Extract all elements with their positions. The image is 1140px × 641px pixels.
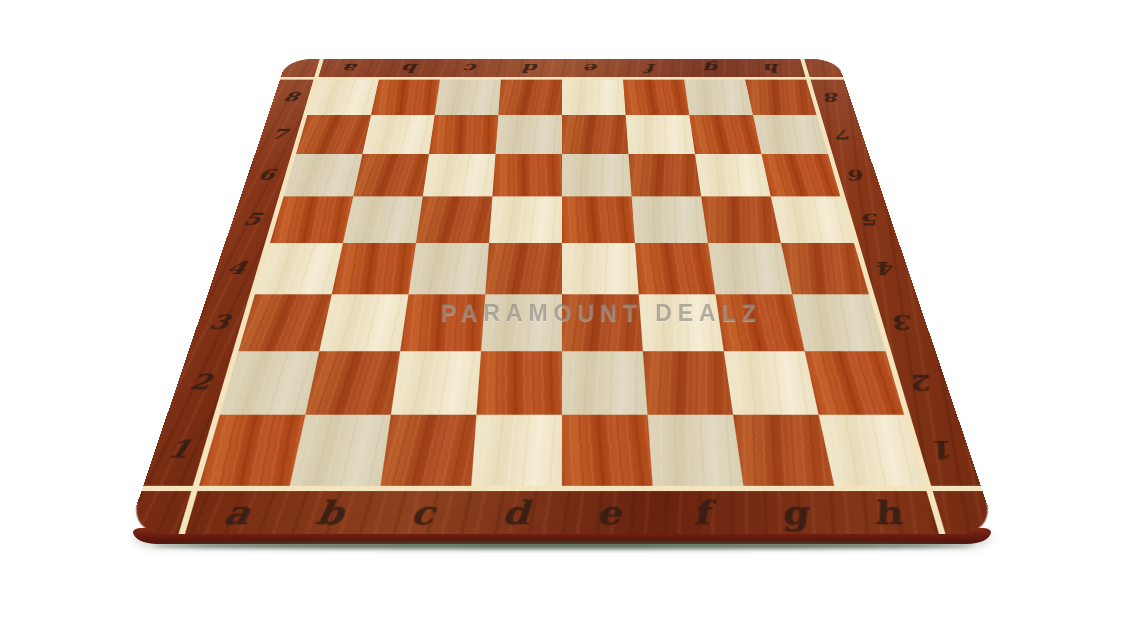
- file-label-f: f: [653, 491, 750, 534]
- square-f5: [632, 196, 708, 243]
- square-b2: [305, 351, 400, 414]
- square-h6: [761, 154, 840, 196]
- file-label-a: a: [318, 59, 383, 77]
- square-a3: [238, 294, 331, 351]
- file-label-g: g: [681, 59, 745, 77]
- square-c7: [429, 115, 498, 154]
- square-a4: [255, 243, 343, 294]
- square-d1: [471, 415, 562, 486]
- square-e7: [562, 115, 628, 154]
- square-g2: [724, 351, 819, 414]
- square-c4: [408, 243, 489, 294]
- square-f1: [648, 415, 744, 486]
- square-h3: [792, 294, 885, 351]
- square-b4: [332, 243, 416, 294]
- file-label-h: h: [741, 59, 806, 77]
- square-d6: [492, 154, 562, 196]
- file-label-b: b: [279, 491, 380, 534]
- file-label-h: h: [835, 491, 939, 534]
- square-a6: [284, 154, 363, 196]
- square-d7: [496, 115, 562, 154]
- square-c8: [435, 80, 501, 116]
- square-f4: [635, 243, 716, 294]
- square-e6: [562, 154, 632, 196]
- square-a7: [296, 115, 371, 154]
- file-label-c: c: [373, 491, 470, 534]
- square-b8: [371, 80, 440, 116]
- square-b3: [319, 294, 408, 351]
- square-a2: [220, 351, 319, 414]
- square-b5: [343, 196, 423, 243]
- file-labels-top: abcdefgh: [318, 59, 805, 77]
- board-frame: abcdefgh abcdefgh 87654321 87654321: [127, 59, 997, 534]
- file-label-f: f: [622, 59, 684, 77]
- file-label-d: d: [468, 491, 562, 534]
- square-c1: [381, 415, 477, 486]
- square-h8: [745, 80, 816, 116]
- square-b1: [290, 415, 391, 486]
- square-h5: [771, 196, 854, 243]
- square-a5: [270, 196, 353, 243]
- file-label-e: e: [562, 491, 656, 534]
- square-g1: [733, 415, 834, 486]
- square-c5: [416, 196, 492, 243]
- square-e1: [562, 415, 653, 486]
- square-g8: [684, 80, 753, 116]
- square-b7: [363, 115, 435, 154]
- file-label-e: e: [562, 59, 623, 77]
- board-felt-base: [152, 542, 974, 549]
- square-f8: [623, 80, 689, 116]
- square-g7: [689, 115, 761, 154]
- square-g6: [695, 154, 771, 196]
- square-c6: [423, 154, 496, 196]
- square-e4: [562, 243, 639, 294]
- square-e5: [562, 196, 635, 243]
- file-label-g: g: [744, 491, 845, 534]
- square-f7: [626, 115, 695, 154]
- file-label-b: b: [379, 59, 443, 77]
- square-b6: [353, 154, 429, 196]
- board-squares: [199, 80, 925, 486]
- square-d8: [498, 80, 562, 116]
- file-label-a: a: [185, 491, 289, 534]
- product-photo: abcdefgh abcdefgh 87654321 87654321 PARA…: [0, 0, 1140, 641]
- photo-watermark: PARAMOUNT DEALZ: [441, 300, 762, 327]
- square-g4: [708, 243, 792, 294]
- square-c2: [391, 351, 481, 414]
- square-e2: [562, 351, 648, 414]
- square-d2: [476, 351, 562, 414]
- square-f6: [628, 154, 701, 196]
- square-g5: [701, 196, 781, 243]
- file-label-d: d: [501, 59, 562, 77]
- file-labels-bottom: abcdefgh: [185, 491, 939, 534]
- square-h7: [753, 115, 828, 154]
- chess-board: abcdefgh abcdefgh 87654321 87654321: [127, 59, 997, 534]
- file-label-c: c: [440, 59, 502, 77]
- square-d5: [489, 196, 562, 243]
- square-h4: [781, 243, 869, 294]
- square-f2: [643, 351, 733, 414]
- square-d4: [485, 243, 562, 294]
- square-a8: [307, 80, 378, 116]
- square-e8: [562, 80, 626, 116]
